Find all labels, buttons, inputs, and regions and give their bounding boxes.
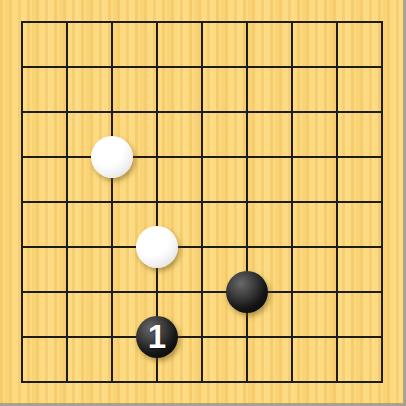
stone-black: 1 [136, 316, 178, 358]
go-board[interactable]: 1 [0, 0, 406, 406]
stone-black [226, 271, 268, 313]
stone-white [136, 226, 178, 268]
stone-white [91, 136, 133, 178]
stones-layer: 1 [0, 0, 405, 405]
move-number-label: 1 [148, 320, 166, 355]
